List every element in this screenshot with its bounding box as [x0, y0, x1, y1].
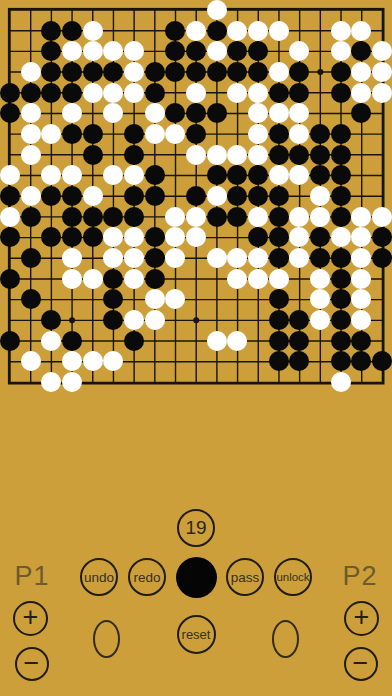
- board-point[interactable]: [310, 82, 331, 103]
- board-point[interactable]: [144, 206, 165, 227]
- board-point[interactable]: [62, 124, 83, 145]
- board-point[interactable]: [186, 103, 207, 124]
- board-point[interactable]: [248, 186, 269, 207]
- board-point[interactable]: [124, 103, 145, 124]
- board-point[interactable]: [20, 186, 41, 207]
- board-point[interactable]: [330, 82, 351, 103]
- board-point[interactable]: [310, 268, 331, 289]
- board-point[interactable]: [330, 103, 351, 124]
- board-point[interactable]: [165, 41, 186, 62]
- board-point[interactable]: [289, 82, 310, 103]
- board-point[interactable]: [206, 268, 227, 289]
- board-point[interactable]: [268, 372, 289, 393]
- board-point[interactable]: [248, 310, 269, 331]
- board-point[interactable]: [144, 20, 165, 41]
- board-point[interactable]: [103, 206, 124, 227]
- board-point[interactable]: [227, 248, 248, 269]
- board-point[interactable]: [351, 103, 372, 124]
- board-point[interactable]: [103, 248, 124, 269]
- board-point[interactable]: [227, 82, 248, 103]
- board-point[interactable]: [227, 351, 248, 372]
- board-point[interactable]: [227, 268, 248, 289]
- board-point[interactable]: [206, 227, 227, 248]
- board-point[interactable]: [103, 310, 124, 331]
- board-point[interactable]: [186, 268, 207, 289]
- board-point[interactable]: [20, 206, 41, 227]
- board-point[interactable]: [310, 289, 331, 310]
- board-point[interactable]: [20, 82, 41, 103]
- board-point[interactable]: [310, 0, 331, 20]
- board-point[interactable]: [248, 351, 269, 372]
- board-point[interactable]: [62, 20, 83, 41]
- board-point[interactable]: [144, 186, 165, 207]
- board-point[interactable]: [372, 248, 392, 269]
- board-point[interactable]: [351, 186, 372, 207]
- board-point[interactable]: [330, 268, 351, 289]
- board-point[interactable]: [0, 165, 20, 186]
- board-point[interactable]: [268, 82, 289, 103]
- board-point[interactable]: [206, 20, 227, 41]
- board-point[interactable]: [351, 62, 372, 83]
- board-point[interactable]: [330, 289, 351, 310]
- board-point[interactable]: [248, 227, 269, 248]
- board-point[interactable]: [165, 124, 186, 145]
- board-point[interactable]: [351, 372, 372, 393]
- board-point[interactable]: [0, 372, 20, 393]
- board-point[interactable]: [248, 41, 269, 62]
- board-point[interactable]: [165, 20, 186, 41]
- board-point[interactable]: [227, 20, 248, 41]
- board-point[interactable]: [330, 186, 351, 207]
- board-point[interactable]: [310, 165, 331, 186]
- board-point[interactable]: [62, 0, 83, 20]
- board-point[interactable]: [372, 289, 392, 310]
- board-point[interactable]: [41, 165, 62, 186]
- board-point[interactable]: [268, 144, 289, 165]
- board-point[interactable]: [82, 330, 103, 351]
- board-point[interactable]: [351, 289, 372, 310]
- board-point[interactable]: [310, 124, 331, 145]
- board-point[interactable]: [82, 268, 103, 289]
- board-point[interactable]: [330, 310, 351, 331]
- board-point[interactable]: [248, 0, 269, 20]
- board-point[interactable]: [289, 289, 310, 310]
- board-point[interactable]: [186, 206, 207, 227]
- board-point[interactable]: [310, 372, 331, 393]
- board-point[interactable]: [124, 227, 145, 248]
- board-point[interactable]: [144, 165, 165, 186]
- board-point[interactable]: [144, 351, 165, 372]
- board-point[interactable]: [186, 144, 207, 165]
- board-point[interactable]: [268, 165, 289, 186]
- board-point[interactable]: [227, 62, 248, 83]
- board-point[interactable]: [0, 310, 20, 331]
- board-point[interactable]: [351, 41, 372, 62]
- board-point[interactable]: [206, 372, 227, 393]
- board-point[interactable]: [41, 82, 62, 103]
- board-point[interactable]: [124, 62, 145, 83]
- board-point[interactable]: [227, 124, 248, 145]
- board-point[interactable]: [186, 186, 207, 207]
- board-point[interactable]: [186, 124, 207, 145]
- board-point[interactable]: [248, 62, 269, 83]
- board-point[interactable]: [41, 248, 62, 269]
- board-point[interactable]: [206, 351, 227, 372]
- board-point[interactable]: [310, 62, 331, 83]
- board-point[interactable]: [124, 351, 145, 372]
- board-point[interactable]: [165, 144, 186, 165]
- board-point[interactable]: [372, 351, 392, 372]
- board-point[interactable]: [144, 372, 165, 393]
- board-point[interactable]: [268, 206, 289, 227]
- board-point[interactable]: [310, 41, 331, 62]
- board-point[interactable]: [62, 372, 83, 393]
- board-point[interactable]: [186, 0, 207, 20]
- board-point[interactable]: [144, 103, 165, 124]
- board-point[interactable]: [186, 41, 207, 62]
- board-point[interactable]: [103, 186, 124, 207]
- board-point[interactable]: [41, 330, 62, 351]
- board-point[interactable]: [165, 310, 186, 331]
- board-point[interactable]: [82, 206, 103, 227]
- board-point[interactable]: [289, 62, 310, 83]
- board-point[interactable]: [103, 82, 124, 103]
- board-point[interactable]: [248, 372, 269, 393]
- board-point[interactable]: [0, 82, 20, 103]
- board-point[interactable]: [165, 165, 186, 186]
- board-point[interactable]: [310, 103, 331, 124]
- board-point[interactable]: [20, 227, 41, 248]
- board-point[interactable]: [124, 0, 145, 20]
- board-point[interactable]: [372, 268, 392, 289]
- board-point[interactable]: [289, 124, 310, 145]
- board-point[interactable]: [0, 227, 20, 248]
- board-point[interactable]: [103, 103, 124, 124]
- board-point[interactable]: [227, 41, 248, 62]
- board-point[interactable]: [330, 351, 351, 372]
- board-point[interactable]: [268, 227, 289, 248]
- board-point[interactable]: [62, 351, 83, 372]
- board-point[interactable]: [289, 186, 310, 207]
- board-point[interactable]: [248, 248, 269, 269]
- board-point[interactable]: [62, 289, 83, 310]
- board-point[interactable]: [310, 310, 331, 331]
- board-point[interactable]: [206, 124, 227, 145]
- board-point[interactable]: [82, 124, 103, 145]
- board-point[interactable]: [144, 62, 165, 83]
- board-point[interactable]: [248, 20, 269, 41]
- board-point[interactable]: [330, 248, 351, 269]
- board-point[interactable]: [165, 248, 186, 269]
- board-point[interactable]: [0, 268, 20, 289]
- board-point[interactable]: [20, 62, 41, 83]
- board-point[interactable]: [62, 186, 83, 207]
- board-point[interactable]: [20, 248, 41, 269]
- board-point[interactable]: [82, 0, 103, 20]
- board-point[interactable]: [248, 124, 269, 145]
- board-point[interactable]: [351, 206, 372, 227]
- board-point[interactable]: [248, 289, 269, 310]
- board-point[interactable]: [372, 330, 392, 351]
- board-point[interactable]: [165, 103, 186, 124]
- board-point[interactable]: [372, 227, 392, 248]
- board-point[interactable]: [330, 0, 351, 20]
- board-point[interactable]: [268, 351, 289, 372]
- board-point[interactable]: [124, 20, 145, 41]
- board-point[interactable]: [124, 186, 145, 207]
- board-point[interactable]: [289, 330, 310, 351]
- board-point[interactable]: [268, 186, 289, 207]
- board-point[interactable]: [20, 124, 41, 145]
- board-point[interactable]: [206, 41, 227, 62]
- board-point[interactable]: [124, 124, 145, 145]
- board-point[interactable]: [82, 289, 103, 310]
- board-point[interactable]: [227, 103, 248, 124]
- board-point[interactable]: [41, 41, 62, 62]
- redo-button[interactable]: redo: [128, 558, 166, 596]
- board-point[interactable]: [351, 144, 372, 165]
- board-point[interactable]: [289, 144, 310, 165]
- board-point[interactable]: [103, 144, 124, 165]
- board-point[interactable]: [351, 310, 372, 331]
- board-point[interactable]: [41, 372, 62, 393]
- board-point[interactable]: [227, 165, 248, 186]
- board-point[interactable]: [248, 82, 269, 103]
- board-point[interactable]: [20, 330, 41, 351]
- board-point[interactable]: [186, 289, 207, 310]
- board-point[interactable]: [351, 0, 372, 20]
- board-point[interactable]: [82, 248, 103, 269]
- board-point[interactable]: [206, 62, 227, 83]
- board-point[interactable]: [330, 20, 351, 41]
- board-point[interactable]: [165, 227, 186, 248]
- board-point[interactable]: [289, 103, 310, 124]
- board-point[interactable]: [289, 372, 310, 393]
- board-point[interactable]: [20, 268, 41, 289]
- board-point[interactable]: [41, 351, 62, 372]
- board-point[interactable]: [351, 330, 372, 351]
- board-point[interactable]: [165, 372, 186, 393]
- board-point[interactable]: [62, 41, 83, 62]
- board-point[interactable]: [0, 103, 20, 124]
- board-point[interactable]: [372, 372, 392, 393]
- board-point[interactable]: [41, 310, 62, 331]
- board-point[interactable]: [310, 206, 331, 227]
- board-point[interactable]: [41, 144, 62, 165]
- board-point[interactable]: [186, 20, 207, 41]
- board-point[interactable]: [248, 206, 269, 227]
- board-point[interactable]: [289, 20, 310, 41]
- board-point[interactable]: [20, 289, 41, 310]
- board-point[interactable]: [124, 41, 145, 62]
- board-point[interactable]: [330, 330, 351, 351]
- board-point[interactable]: [41, 186, 62, 207]
- board-point[interactable]: [0, 41, 20, 62]
- board-point[interactable]: [41, 0, 62, 20]
- board-point[interactable]: [144, 124, 165, 145]
- board-point[interactable]: [62, 310, 83, 331]
- board-point[interactable]: [41, 103, 62, 124]
- board-point[interactable]: [289, 268, 310, 289]
- board-point[interactable]: [103, 351, 124, 372]
- board-point[interactable]: [206, 165, 227, 186]
- p1-minus-button[interactable]: −: [15, 647, 49, 681]
- board-point[interactable]: [372, 0, 392, 20]
- p2-minus-button[interactable]: −: [344, 647, 378, 681]
- board-point[interactable]: [372, 206, 392, 227]
- board-point[interactable]: [268, 20, 289, 41]
- board-point[interactable]: [165, 62, 186, 83]
- board-point[interactable]: [268, 103, 289, 124]
- board-point[interactable]: [144, 144, 165, 165]
- board-point[interactable]: [330, 165, 351, 186]
- board-point[interactable]: [103, 268, 124, 289]
- board-point[interactable]: [103, 227, 124, 248]
- board-point[interactable]: [62, 103, 83, 124]
- board-point[interactable]: [62, 227, 83, 248]
- board-point[interactable]: [186, 82, 207, 103]
- board-point[interactable]: [165, 268, 186, 289]
- board-point[interactable]: [330, 41, 351, 62]
- board-point[interactable]: [124, 165, 145, 186]
- board-point[interactable]: [289, 165, 310, 186]
- board-point[interactable]: [289, 248, 310, 269]
- board-point[interactable]: [0, 0, 20, 20]
- board-point[interactable]: [82, 41, 103, 62]
- board-point[interactable]: [41, 289, 62, 310]
- board-point[interactable]: [103, 372, 124, 393]
- board-point[interactable]: [372, 144, 392, 165]
- board-point[interactable]: [227, 144, 248, 165]
- board-point[interactable]: [268, 62, 289, 83]
- board-point[interactable]: [62, 165, 83, 186]
- board-point[interactable]: [268, 41, 289, 62]
- board-point[interactable]: [206, 82, 227, 103]
- board-point[interactable]: [186, 351, 207, 372]
- board-point[interactable]: [227, 330, 248, 351]
- board-point[interactable]: [310, 351, 331, 372]
- unlock-button[interactable]: unlock: [274, 558, 312, 596]
- board-point[interactable]: [41, 124, 62, 145]
- board-point[interactable]: [268, 330, 289, 351]
- board-point[interactable]: [62, 82, 83, 103]
- board-point[interactable]: [82, 82, 103, 103]
- pass-button[interactable]: pass: [226, 558, 264, 596]
- board-point[interactable]: [289, 310, 310, 331]
- board-point[interactable]: [124, 289, 145, 310]
- board-point[interactable]: [268, 268, 289, 289]
- board-point[interactable]: [103, 124, 124, 145]
- board-point[interactable]: [310, 248, 331, 269]
- board-point[interactable]: [227, 206, 248, 227]
- board-point[interactable]: [20, 310, 41, 331]
- board-point[interactable]: [20, 0, 41, 20]
- board-point[interactable]: [372, 124, 392, 145]
- board-point[interactable]: [206, 330, 227, 351]
- board-point[interactable]: [103, 165, 124, 186]
- board-point[interactable]: [186, 330, 207, 351]
- board-point[interactable]: [82, 144, 103, 165]
- board-point[interactable]: [41, 62, 62, 83]
- board-point[interactable]: [206, 206, 227, 227]
- board-point[interactable]: [103, 20, 124, 41]
- board-point[interactable]: [82, 351, 103, 372]
- board-point[interactable]: [206, 0, 227, 20]
- board-point[interactable]: [248, 165, 269, 186]
- board-point[interactable]: [289, 0, 310, 20]
- board-point[interactable]: [124, 144, 145, 165]
- board-point[interactable]: [289, 206, 310, 227]
- board-point[interactable]: [372, 165, 392, 186]
- board-point[interactable]: [227, 0, 248, 20]
- board-point[interactable]: [124, 248, 145, 269]
- board-point[interactable]: [372, 186, 392, 207]
- board-point[interactable]: [82, 62, 103, 83]
- board-point[interactable]: [268, 124, 289, 145]
- board-point[interactable]: [227, 310, 248, 331]
- board-point[interactable]: [82, 165, 103, 186]
- board-point[interactable]: [289, 227, 310, 248]
- board-point[interactable]: [165, 351, 186, 372]
- board-point[interactable]: [103, 330, 124, 351]
- board-point[interactable]: [124, 330, 145, 351]
- board-point[interactable]: [165, 186, 186, 207]
- board-point[interactable]: [0, 144, 20, 165]
- board-point[interactable]: [165, 82, 186, 103]
- board-point[interactable]: [144, 310, 165, 331]
- board-point[interactable]: [144, 227, 165, 248]
- board-point[interactable]: [206, 248, 227, 269]
- board-point[interactable]: [20, 351, 41, 372]
- board-point[interactable]: [0, 248, 20, 269]
- board-point[interactable]: [20, 103, 41, 124]
- board-point[interactable]: [351, 268, 372, 289]
- board-point[interactable]: [186, 227, 207, 248]
- board-point[interactable]: [227, 186, 248, 207]
- board-point[interactable]: [248, 144, 269, 165]
- board-point[interactable]: [0, 62, 20, 83]
- board-point[interactable]: [330, 124, 351, 145]
- board-point[interactable]: [330, 206, 351, 227]
- board-point[interactable]: [20, 144, 41, 165]
- board-point[interactable]: [0, 206, 20, 227]
- board-point[interactable]: [62, 248, 83, 269]
- board-point[interactable]: [82, 310, 103, 331]
- board-point[interactable]: [144, 330, 165, 351]
- board-size-button[interactable]: 19: [177, 509, 215, 547]
- board-point[interactable]: [310, 330, 331, 351]
- board-point[interactable]: [165, 330, 186, 351]
- board-point[interactable]: [186, 62, 207, 83]
- board-point[interactable]: [351, 124, 372, 145]
- board-point[interactable]: [310, 144, 331, 165]
- board-point[interactable]: [351, 20, 372, 41]
- board-point[interactable]: [0, 124, 20, 145]
- board-point[interactable]: [227, 289, 248, 310]
- board-point[interactable]: [0, 289, 20, 310]
- board-point[interactable]: [310, 186, 331, 207]
- board-point[interactable]: [62, 62, 83, 83]
- board-point[interactable]: [310, 227, 331, 248]
- board-point[interactable]: [330, 62, 351, 83]
- board-point[interactable]: [124, 310, 145, 331]
- board-point[interactable]: [103, 0, 124, 20]
- board-point[interactable]: [206, 186, 227, 207]
- board-point[interactable]: [0, 20, 20, 41]
- board-point[interactable]: [144, 268, 165, 289]
- board-point[interactable]: [62, 268, 83, 289]
- board-point[interactable]: [372, 103, 392, 124]
